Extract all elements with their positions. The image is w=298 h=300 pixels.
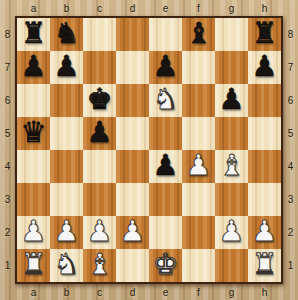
square-e7[interactable]: ♟ — [149, 51, 182, 84]
square-e6[interactable]: ♞ — [149, 84, 182, 117]
square-h1[interactable]: ♜ — [248, 249, 281, 282]
coord-label-5: 5 — [0, 117, 15, 150]
square-e3[interactable] — [149, 183, 182, 216]
square-f4[interactable]: ♟ — [182, 150, 215, 183]
coord-label-2: 2 — [0, 216, 15, 249]
black-king-c6[interactable]: ♚ — [87, 85, 113, 114]
coord-label-f: f — [182, 284, 215, 300]
square-a2[interactable]: ♟ — [17, 216, 50, 249]
square-c5[interactable]: ♟ — [83, 117, 116, 150]
square-h6[interactable] — [248, 84, 281, 117]
square-e2[interactable] — [149, 216, 182, 249]
square-g7[interactable] — [215, 51, 248, 84]
square-d6[interactable] — [116, 84, 149, 117]
file-labels-bottom: abcdefgh — [17, 284, 281, 300]
coord-label-h: h — [248, 284, 281, 300]
square-a5[interactable]: ♛ — [17, 117, 50, 150]
black-pawn-e4[interactable]: ♟ — [153, 151, 179, 180]
white-pawn-h2[interactable]: ♟ — [252, 217, 278, 246]
square-f2[interactable] — [182, 216, 215, 249]
square-b3[interactable] — [50, 183, 83, 216]
coord-label-b: b — [50, 284, 83, 300]
file-labels-top: abcdefgh — [17, 0, 281, 16]
black-pawn-c5[interactable]: ♟ — [87, 118, 113, 147]
square-g4[interactable]: ♝ — [215, 150, 248, 183]
square-e4[interactable]: ♟ — [149, 150, 182, 183]
square-c1[interactable]: ♝ — [83, 249, 116, 282]
square-c8[interactable] — [83, 18, 116, 51]
square-h2[interactable]: ♟ — [248, 216, 281, 249]
square-g1[interactable] — [215, 249, 248, 282]
coord-label-h: h — [248, 0, 281, 16]
square-a7[interactable]: ♟ — [17, 51, 50, 84]
square-d4[interactable] — [116, 150, 149, 183]
coord-label-6: 6 — [0, 84, 15, 117]
square-a8[interactable]: ♜ — [17, 18, 50, 51]
coord-label-3: 3 — [283, 183, 298, 216]
square-b4[interactable] — [50, 150, 83, 183]
black-pawn-b7[interactable]: ♟ — [54, 52, 80, 81]
square-g6[interactable]: ♟ — [215, 84, 248, 117]
coord-label-b: b — [50, 0, 83, 16]
black-queen-a5[interactable]: ♛ — [21, 118, 47, 147]
coord-label-a: a — [17, 284, 50, 300]
coord-label-g: g — [215, 0, 248, 16]
coord-label-1: 1 — [283, 249, 298, 282]
black-pawn-h7[interactable]: ♟ — [252, 52, 278, 81]
white-bishop-g4[interactable]: ♝ — [219, 151, 245, 180]
square-b1[interactable]: ♞ — [50, 249, 83, 282]
board: ♜♞♝♜♟♟♟♟♚♞♟♛♟♟♟♝♟♟♟♟♟♟♜♞♝♚♜ — [15, 16, 283, 284]
white-pawn-g2[interactable]: ♟ — [219, 217, 245, 246]
square-f8[interactable]: ♝ — [182, 18, 215, 51]
chess-board-widget: abcdefgh 87654321 ♜♞♝♜♟♟♟♟♚♞♟♛♟♟♟♝♟♟♟♟♟♟… — [0, 0, 298, 300]
black-pawn-e7[interactable]: ♟ — [153, 52, 179, 81]
coord-label-4: 4 — [0, 150, 15, 183]
square-d3[interactable] — [116, 183, 149, 216]
coord-label-c: c — [83, 0, 116, 16]
square-h8[interactable]: ♜ — [248, 18, 281, 51]
square-g5[interactable] — [215, 117, 248, 150]
white-pawn-d2[interactable]: ♟ — [120, 217, 146, 246]
square-b8[interactable]: ♞ — [50, 18, 83, 51]
white-rook-a1[interactable]: ♜ — [21, 250, 47, 279]
square-g8[interactable] — [215, 18, 248, 51]
coord-label-3: 3 — [0, 183, 15, 216]
square-c6[interactable]: ♚ — [83, 84, 116, 117]
coord-label-d: d — [116, 0, 149, 16]
coord-label-d: d — [116, 284, 149, 300]
square-a6[interactable] — [17, 84, 50, 117]
square-f1[interactable] — [182, 249, 215, 282]
square-b5[interactable] — [50, 117, 83, 150]
square-d1[interactable] — [116, 249, 149, 282]
coord-label-a: a — [17, 0, 50, 16]
square-f3[interactable] — [182, 183, 215, 216]
square-c7[interactable] — [83, 51, 116, 84]
white-pawn-c2[interactable]: ♟ — [87, 217, 113, 246]
square-f7[interactable] — [182, 51, 215, 84]
square-f5[interactable] — [182, 117, 215, 150]
white-knight-e6[interactable]: ♞ — [153, 85, 179, 114]
square-b7[interactable]: ♟ — [50, 51, 83, 84]
square-a4[interactable] — [17, 150, 50, 183]
white-pawn-a2[interactable]: ♟ — [21, 217, 47, 246]
square-c4[interactable] — [83, 150, 116, 183]
square-h3[interactable] — [248, 183, 281, 216]
coord-label-7: 7 — [283, 51, 298, 84]
square-d5[interactable] — [116, 117, 149, 150]
coord-label-c: c — [83, 284, 116, 300]
coord-label-1: 1 — [0, 249, 15, 282]
square-c2[interactable]: ♟ — [83, 216, 116, 249]
square-h5[interactable] — [248, 117, 281, 150]
square-h4[interactable] — [248, 150, 281, 183]
white-king-e1[interactable]: ♚ — [153, 250, 179, 279]
square-d2[interactable]: ♟ — [116, 216, 149, 249]
coord-label-5: 5 — [283, 117, 298, 150]
black-bishop-f8[interactable]: ♝ — [186, 19, 212, 48]
square-h7[interactable]: ♟ — [248, 51, 281, 84]
white-bishop-c1[interactable]: ♝ — [87, 250, 113, 279]
coord-label-8: 8 — [283, 18, 298, 51]
white-pawn-b2[interactable]: ♟ — [54, 217, 80, 246]
coord-label-8: 8 — [0, 18, 15, 51]
square-d7[interactable] — [116, 51, 149, 84]
coord-label-g: g — [215, 284, 248, 300]
white-rook-h1[interactable]: ♜ — [252, 250, 278, 279]
coord-label-e: e — [149, 0, 182, 16]
square-c3[interactable] — [83, 183, 116, 216]
black-pawn-a7[interactable]: ♟ — [21, 52, 47, 81]
white-knight-b1[interactable]: ♞ — [54, 250, 80, 279]
coord-label-e: e — [149, 284, 182, 300]
square-a3[interactable] — [17, 183, 50, 216]
rank-labels-left: 87654321 — [0, 18, 15, 282]
white-pawn-f4[interactable]: ♟ — [186, 151, 212, 180]
rank-labels-right: 87654321 — [283, 18, 298, 282]
square-e1[interactable]: ♚ — [149, 249, 182, 282]
black-rook-a8[interactable]: ♜ — [21, 19, 47, 48]
square-d8[interactable] — [116, 18, 149, 51]
coord-label-2: 2 — [283, 216, 298, 249]
black-knight-b8[interactable]: ♞ — [54, 19, 80, 48]
square-b2[interactable]: ♟ — [50, 216, 83, 249]
square-g2[interactable]: ♟ — [215, 216, 248, 249]
square-e8[interactable] — [149, 18, 182, 51]
black-pawn-g6[interactable]: ♟ — [219, 85, 245, 114]
square-a1[interactable]: ♜ — [17, 249, 50, 282]
coord-label-6: 6 — [283, 84, 298, 117]
square-f6[interactable] — [182, 84, 215, 117]
square-b6[interactable] — [50, 84, 83, 117]
coord-label-f: f — [182, 0, 215, 16]
coord-label-7: 7 — [0, 51, 15, 84]
black-rook-h8[interactable]: ♜ — [252, 19, 278, 48]
square-e5[interactable] — [149, 117, 182, 150]
square-g3[interactable] — [215, 183, 248, 216]
coord-label-4: 4 — [283, 150, 298, 183]
